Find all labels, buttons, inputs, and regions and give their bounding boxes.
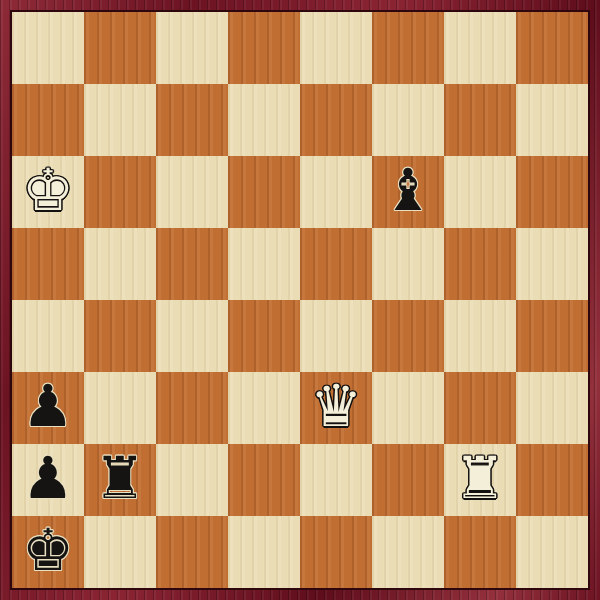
square-d8[interactable] — [228, 12, 300, 84]
square-b8[interactable] — [84, 12, 156, 84]
square-f6[interactable]: ♝ — [372, 156, 444, 228]
black-pawn[interactable]: ♟ — [22, 377, 74, 435]
square-e7[interactable] — [300, 84, 372, 156]
square-h6[interactable] — [516, 156, 588, 228]
square-b4[interactable] — [84, 300, 156, 372]
black-bishop[interactable]: ♝ — [382, 161, 434, 219]
square-b6[interactable] — [84, 156, 156, 228]
square-e1[interactable] — [300, 516, 372, 588]
black-king[interactable]: ♚ — [22, 521, 74, 579]
square-d7[interactable] — [228, 84, 300, 156]
square-b3[interactable] — [84, 372, 156, 444]
square-c1[interactable] — [156, 516, 228, 588]
board-frame: ♚♝♟♛♟♜♜♚ — [0, 0, 600, 600]
square-d1[interactable] — [228, 516, 300, 588]
square-h7[interactable] — [516, 84, 588, 156]
square-c2[interactable] — [156, 444, 228, 516]
square-f7[interactable] — [372, 84, 444, 156]
square-d5[interactable] — [228, 228, 300, 300]
square-e3[interactable]: ♛ — [300, 372, 372, 444]
square-h8[interactable] — [516, 12, 588, 84]
square-h3[interactable] — [516, 372, 588, 444]
white-rook[interactable]: ♜ — [454, 449, 506, 507]
square-g7[interactable] — [444, 84, 516, 156]
square-a5[interactable] — [12, 228, 84, 300]
square-b7[interactable] — [84, 84, 156, 156]
square-g6[interactable] — [444, 156, 516, 228]
square-c4[interactable] — [156, 300, 228, 372]
square-h5[interactable] — [516, 228, 588, 300]
square-a8[interactable] — [12, 12, 84, 84]
square-e2[interactable] — [300, 444, 372, 516]
square-g3[interactable] — [444, 372, 516, 444]
black-pawn[interactable]: ♟ — [22, 449, 74, 507]
square-a2[interactable]: ♟ — [12, 444, 84, 516]
square-c7[interactable] — [156, 84, 228, 156]
square-d6[interactable] — [228, 156, 300, 228]
square-c5[interactable] — [156, 228, 228, 300]
square-e4[interactable] — [300, 300, 372, 372]
chess-board: ♚♝♟♛♟♜♜♚ — [10, 10, 590, 590]
square-f3[interactable] — [372, 372, 444, 444]
square-d2[interactable] — [228, 444, 300, 516]
square-a3[interactable]: ♟ — [12, 372, 84, 444]
white-king[interactable]: ♚ — [22, 161, 74, 219]
square-h4[interactable] — [516, 300, 588, 372]
square-c3[interactable] — [156, 372, 228, 444]
square-b2[interactable]: ♜ — [84, 444, 156, 516]
square-g5[interactable] — [444, 228, 516, 300]
square-d4[interactable] — [228, 300, 300, 372]
square-a1[interactable]: ♚ — [12, 516, 84, 588]
square-a4[interactable] — [12, 300, 84, 372]
square-f2[interactable] — [372, 444, 444, 516]
square-c8[interactable] — [156, 12, 228, 84]
white-queen[interactable]: ♛ — [310, 377, 362, 435]
square-h2[interactable] — [516, 444, 588, 516]
square-e8[interactable] — [300, 12, 372, 84]
square-e6[interactable] — [300, 156, 372, 228]
square-a6[interactable]: ♚ — [12, 156, 84, 228]
square-f5[interactable] — [372, 228, 444, 300]
square-a7[interactable] — [12, 84, 84, 156]
square-g2[interactable]: ♜ — [444, 444, 516, 516]
black-rook[interactable]: ♜ — [94, 449, 146, 507]
square-g4[interactable] — [444, 300, 516, 372]
square-f8[interactable] — [372, 12, 444, 84]
square-e5[interactable] — [300, 228, 372, 300]
square-h1[interactable] — [516, 516, 588, 588]
square-f1[interactable] — [372, 516, 444, 588]
square-d3[interactable] — [228, 372, 300, 444]
square-c6[interactable] — [156, 156, 228, 228]
square-g1[interactable] — [444, 516, 516, 588]
square-b1[interactable] — [84, 516, 156, 588]
square-b5[interactable] — [84, 228, 156, 300]
square-f4[interactable] — [372, 300, 444, 372]
square-g8[interactable] — [444, 12, 516, 84]
